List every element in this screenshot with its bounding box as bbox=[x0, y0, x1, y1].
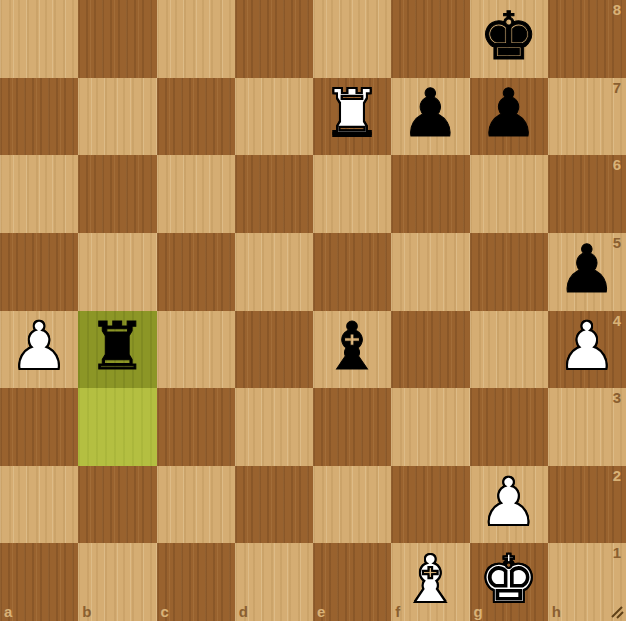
square-g5[interactable] bbox=[470, 233, 548, 311]
rank-label-8: 8 bbox=[613, 1, 621, 18]
square-c1[interactable]: c bbox=[157, 543, 235, 621]
black-bishop[interactable]: ♝ bbox=[323, 314, 382, 380]
rank-label-3: 3 bbox=[613, 389, 621, 406]
white-pawn[interactable]: ♟ bbox=[557, 314, 616, 380]
white-bishop[interactable]: ♝ bbox=[401, 547, 460, 613]
square-g6[interactable] bbox=[470, 155, 548, 233]
square-g8[interactable]: ♚ bbox=[470, 0, 548, 78]
file-label-a: a bbox=[4, 603, 12, 620]
square-f7[interactable]: ♟ bbox=[391, 78, 469, 156]
square-f4[interactable] bbox=[391, 311, 469, 389]
square-d3[interactable] bbox=[235, 388, 313, 466]
square-a8[interactable] bbox=[0, 0, 78, 78]
rank-label-7: 7 bbox=[613, 79, 621, 96]
square-e5[interactable] bbox=[313, 233, 391, 311]
square-g3[interactable] bbox=[470, 388, 548, 466]
rank-label-6: 6 bbox=[613, 156, 621, 173]
square-e6[interactable] bbox=[313, 155, 391, 233]
square-d5[interactable] bbox=[235, 233, 313, 311]
square-b1[interactable]: b bbox=[78, 543, 156, 621]
square-g4[interactable] bbox=[470, 311, 548, 389]
square-d8[interactable] bbox=[235, 0, 313, 78]
white-pawn[interactable]: ♟ bbox=[10, 314, 69, 380]
square-d4[interactable] bbox=[235, 311, 313, 389]
square-f5[interactable] bbox=[391, 233, 469, 311]
rank-label-2: 2 bbox=[613, 467, 621, 484]
square-c6[interactable] bbox=[157, 155, 235, 233]
square-f8[interactable] bbox=[391, 0, 469, 78]
square-c3[interactable] bbox=[157, 388, 235, 466]
square-b8[interactable] bbox=[78, 0, 156, 78]
square-e1[interactable]: e bbox=[313, 543, 391, 621]
square-e7[interactable]: ♜ bbox=[313, 78, 391, 156]
square-c7[interactable] bbox=[157, 78, 235, 156]
square-b5[interactable] bbox=[78, 233, 156, 311]
file-label-d: d bbox=[239, 603, 248, 620]
square-a6[interactable] bbox=[0, 155, 78, 233]
file-label-c: c bbox=[161, 603, 169, 620]
white-rook[interactable]: ♜ bbox=[323, 81, 382, 147]
square-f3[interactable] bbox=[391, 388, 469, 466]
square-a4[interactable]: ♟ bbox=[0, 311, 78, 389]
square-h5[interactable]: ♟5 bbox=[548, 233, 626, 311]
black-pawn[interactable]: ♟ bbox=[479, 81, 538, 147]
square-d6[interactable] bbox=[235, 155, 313, 233]
board-resize-handle-icon[interactable] bbox=[609, 604, 625, 620]
file-label-f: f bbox=[395, 603, 400, 620]
square-f6[interactable] bbox=[391, 155, 469, 233]
square-f2[interactable] bbox=[391, 466, 469, 544]
file-label-b: b bbox=[82, 603, 91, 620]
square-h1[interactable]: h1 bbox=[548, 543, 626, 621]
square-e2[interactable] bbox=[313, 466, 391, 544]
chess-board: ♚8♜♟♟76♟5♟♜♝♟43♟2abcde♝f♚gh1 bbox=[0, 0, 626, 621]
black-king[interactable]: ♚ bbox=[479, 4, 538, 70]
square-h7[interactable]: 7 bbox=[548, 78, 626, 156]
file-label-e: e bbox=[317, 603, 325, 620]
square-c2[interactable] bbox=[157, 466, 235, 544]
square-a2[interactable] bbox=[0, 466, 78, 544]
square-c8[interactable] bbox=[157, 0, 235, 78]
black-pawn[interactable]: ♟ bbox=[557, 237, 616, 303]
square-c4[interactable] bbox=[157, 311, 235, 389]
black-rook[interactable]: ♜ bbox=[88, 314, 147, 380]
square-h3[interactable]: 3 bbox=[548, 388, 626, 466]
square-b3[interactable] bbox=[78, 388, 156, 466]
square-e4[interactable]: ♝ bbox=[313, 311, 391, 389]
file-label-h: h bbox=[552, 603, 561, 620]
square-a3[interactable] bbox=[0, 388, 78, 466]
white-pawn[interactable]: ♟ bbox=[479, 470, 538, 536]
square-h6[interactable]: 6 bbox=[548, 155, 626, 233]
white-king[interactable]: ♚ bbox=[479, 547, 538, 613]
square-a7[interactable] bbox=[0, 78, 78, 156]
square-c5[interactable] bbox=[157, 233, 235, 311]
square-f1[interactable]: ♝f bbox=[391, 543, 469, 621]
square-h8[interactable]: 8 bbox=[548, 0, 626, 78]
square-b2[interactable] bbox=[78, 466, 156, 544]
square-d7[interactable] bbox=[235, 78, 313, 156]
square-b6[interactable] bbox=[78, 155, 156, 233]
square-a5[interactable] bbox=[0, 233, 78, 311]
square-b4[interactable]: ♜ bbox=[78, 311, 156, 389]
square-d2[interactable] bbox=[235, 466, 313, 544]
square-d1[interactable]: d bbox=[235, 543, 313, 621]
rank-label-1: 1 bbox=[613, 544, 621, 561]
square-e8[interactable] bbox=[313, 0, 391, 78]
square-b7[interactable] bbox=[78, 78, 156, 156]
square-a1[interactable]: a bbox=[0, 543, 78, 621]
square-g1[interactable]: ♚g bbox=[470, 543, 548, 621]
square-g7[interactable]: ♟ bbox=[470, 78, 548, 156]
black-pawn[interactable]: ♟ bbox=[401, 81, 460, 147]
square-g2[interactable]: ♟ bbox=[470, 466, 548, 544]
square-h4[interactable]: ♟4 bbox=[548, 311, 626, 389]
square-h2[interactable]: 2 bbox=[548, 466, 626, 544]
square-e3[interactable] bbox=[313, 388, 391, 466]
